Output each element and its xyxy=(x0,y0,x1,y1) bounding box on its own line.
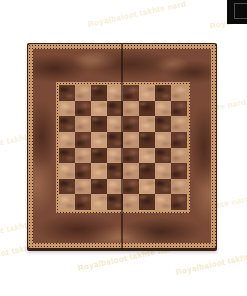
square-g5 xyxy=(155,132,171,148)
square-h4 xyxy=(171,148,187,164)
square-a6 xyxy=(59,116,75,132)
square-c1 xyxy=(91,194,107,210)
square-h6 xyxy=(171,116,187,132)
square-e6 xyxy=(123,116,139,132)
square-c7 xyxy=(91,101,107,117)
field-inlay-frame xyxy=(56,82,190,213)
square-b3 xyxy=(75,163,91,179)
square-e4 xyxy=(123,148,139,164)
square-h3 xyxy=(171,163,187,179)
square-g7 xyxy=(155,101,171,117)
square-e1 xyxy=(123,194,139,210)
logo-frame-icon xyxy=(234,3,247,19)
square-g2 xyxy=(155,179,171,195)
square-g3 xyxy=(155,163,171,179)
square-e3 xyxy=(123,163,139,179)
square-a4 xyxy=(59,148,75,164)
square-a7 xyxy=(59,101,75,117)
square-h8 xyxy=(171,85,187,101)
square-a8 xyxy=(59,85,75,101)
square-f3 xyxy=(139,163,155,179)
square-g1 xyxy=(155,194,171,210)
product-photo: Royalbaloot takhte nardRoyalbaloot takht… xyxy=(0,0,247,296)
square-c6 xyxy=(91,116,107,132)
square-c5 xyxy=(91,132,107,148)
square-f6 xyxy=(139,116,155,132)
watermark-text: Royalbaloot takhte nard xyxy=(87,0,187,29)
square-b2 xyxy=(75,179,91,195)
square-a2 xyxy=(59,179,75,195)
square-h1 xyxy=(171,194,187,210)
square-f2 xyxy=(139,179,155,195)
chess-board xyxy=(27,43,217,251)
square-b5 xyxy=(75,132,91,148)
square-g4 xyxy=(155,148,171,164)
checkerboard-grid xyxy=(59,85,187,210)
square-a1 xyxy=(59,194,75,210)
square-c3 xyxy=(91,163,107,179)
square-f8 xyxy=(139,85,155,101)
square-c2 xyxy=(91,179,107,195)
square-h5 xyxy=(171,132,187,148)
square-e8 xyxy=(123,85,139,101)
square-f4 xyxy=(139,148,155,164)
square-c4 xyxy=(91,148,107,164)
square-g6 xyxy=(155,116,171,132)
fold-seam xyxy=(121,44,123,249)
square-e5 xyxy=(123,132,139,148)
square-b4 xyxy=(75,148,91,164)
square-b7 xyxy=(75,101,91,117)
square-f5 xyxy=(139,132,155,148)
square-b8 xyxy=(75,85,91,101)
square-b6 xyxy=(75,116,91,132)
square-c8 xyxy=(91,85,107,101)
square-a5 xyxy=(59,132,75,148)
square-e7 xyxy=(123,101,139,117)
square-f7 xyxy=(139,101,155,117)
square-b1 xyxy=(75,194,91,210)
square-g8 xyxy=(155,85,171,101)
watermark-text: Royalbaloot takhte nard xyxy=(175,247,247,277)
square-a3 xyxy=(59,163,75,179)
square-e2 xyxy=(123,179,139,195)
square-h2 xyxy=(171,179,187,195)
black-corner-logo xyxy=(227,0,247,24)
square-h7 xyxy=(171,101,187,117)
square-f1 xyxy=(139,194,155,210)
watermark-text: Royalbaloot takhte nard xyxy=(0,0,37,15)
